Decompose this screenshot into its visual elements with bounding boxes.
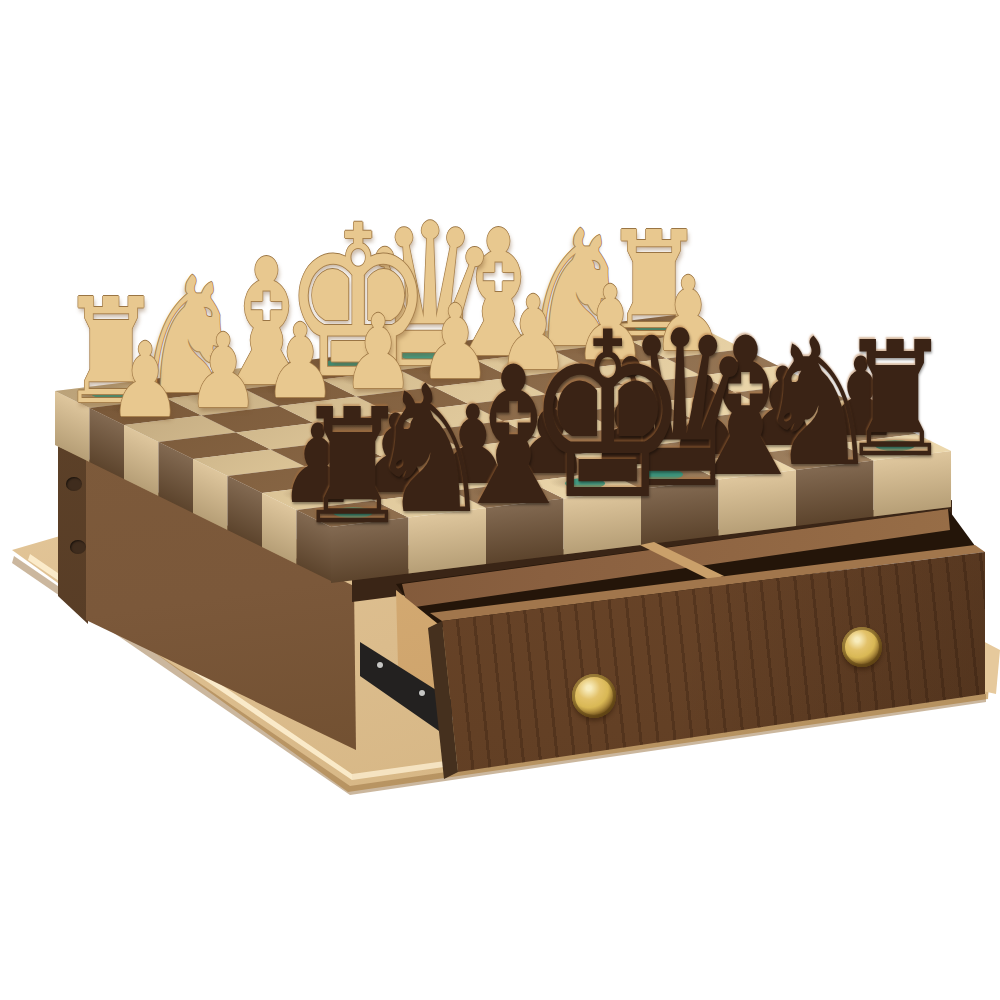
- black-rook-glyph: ♜: [295, 387, 409, 546]
- product-photo-stage: ♜♞♝♚♛♝♞♜♟♟♟♟♟♟♟♟♟♟♟♟♟♟♟♟♜♞♝♚♛♝♞♜: [0, 0, 1000, 1000]
- pieces-layer: ♜♞♝♚♛♝♞♜♟♟♟♟♟♟♟♟♟♟♟♟♟♟♟♟♜♞♝♚♛♝♞♜: [0, 0, 1000, 1000]
- white-pawn-glyph: ♟: [109, 329, 183, 432]
- piece-black-rook-h8[interactable]: ♜: [273, 387, 433, 546]
- piece-white-pawn-h2[interactable]: ♟: [66, 329, 226, 432]
